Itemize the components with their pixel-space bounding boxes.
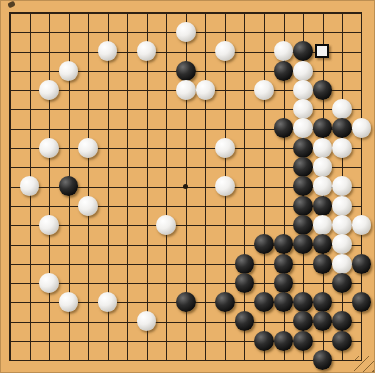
- board-point[interactable]: [254, 331, 274, 350]
- board-point[interactable]: [313, 157, 333, 176]
- board-point[interactable]: [78, 99, 98, 118]
- board-point[interactable]: [293, 196, 313, 215]
- board-point[interactable]: [176, 119, 196, 138]
- board-point[interactable]: [215, 157, 235, 176]
- board-point[interactable]: [235, 3, 255, 22]
- board-point[interactable]: [117, 196, 137, 215]
- board-point[interactable]: [156, 61, 176, 80]
- board-point[interactable]: [98, 312, 118, 331]
- board-point[interactable]: [59, 61, 79, 80]
- board-point[interactable]: [39, 119, 59, 138]
- board-point[interactable]: [78, 215, 98, 234]
- board-point[interactable]: [332, 119, 352, 138]
- board-point[interactable]: [137, 42, 157, 61]
- board-point[interactable]: [313, 292, 333, 311]
- board-point[interactable]: [156, 22, 176, 41]
- board-point[interactable]: [352, 292, 372, 311]
- board-point[interactable]: [196, 292, 216, 311]
- board-point[interactable]: [352, 3, 372, 22]
- board-point[interactable]: [137, 157, 157, 176]
- board-point[interactable]: [332, 99, 352, 118]
- board-point[interactable]: [235, 273, 255, 292]
- board-point[interactable]: [176, 254, 196, 273]
- board-point[interactable]: [274, 99, 294, 118]
- board-point[interactable]: [332, 80, 352, 99]
- board-point[interactable]: [352, 312, 372, 331]
- board-point[interactable]: [59, 138, 79, 157]
- board-point[interactable]: [176, 99, 196, 118]
- board-point[interactable]: [313, 42, 333, 61]
- board-point[interactable]: [176, 312, 196, 331]
- board-point[interactable]: [98, 273, 118, 292]
- board-point[interactable]: [39, 350, 59, 369]
- board-point[interactable]: [0, 177, 20, 196]
- board-point[interactable]: [117, 61, 137, 80]
- board-point[interactable]: [235, 292, 255, 311]
- board-point[interactable]: [293, 119, 313, 138]
- board-point[interactable]: [98, 119, 118, 138]
- board-point[interactable]: [215, 196, 235, 215]
- board-point[interactable]: [293, 235, 313, 254]
- board-point[interactable]: [196, 196, 216, 215]
- board-point[interactable]: [254, 292, 274, 311]
- board-point[interactable]: [20, 138, 40, 157]
- board-point[interactable]: [274, 157, 294, 176]
- board-point[interactable]: [156, 3, 176, 22]
- board-point[interactable]: [137, 215, 157, 234]
- board-point[interactable]: [313, 3, 333, 22]
- board-point[interactable]: [117, 215, 137, 234]
- board-point[interactable]: [332, 61, 352, 80]
- board-point[interactable]: [156, 157, 176, 176]
- board-point[interactable]: [156, 42, 176, 61]
- board-point[interactable]: [176, 42, 196, 61]
- board-point[interactable]: [59, 177, 79, 196]
- board-point[interactable]: [196, 157, 216, 176]
- board-point[interactable]: [352, 235, 372, 254]
- board-point[interactable]: [156, 119, 176, 138]
- board-point[interactable]: [0, 61, 20, 80]
- board-point[interactable]: [274, 22, 294, 41]
- board-point[interactable]: [274, 292, 294, 311]
- board-point[interactable]: [215, 312, 235, 331]
- board-point[interactable]: [20, 177, 40, 196]
- board-point[interactable]: [293, 177, 313, 196]
- board-point[interactable]: [39, 157, 59, 176]
- board-point[interactable]: [39, 42, 59, 61]
- board-point[interactable]: [59, 292, 79, 311]
- board-point[interactable]: [293, 157, 313, 176]
- board-point[interactable]: [137, 61, 157, 80]
- board-point[interactable]: [98, 99, 118, 118]
- board-point[interactable]: [293, 254, 313, 273]
- board-point[interactable]: [137, 235, 157, 254]
- board-point[interactable]: [117, 331, 137, 350]
- board-point[interactable]: [235, 196, 255, 215]
- board-point[interactable]: [254, 22, 274, 41]
- board-point[interactable]: [313, 350, 333, 369]
- board-point[interactable]: [117, 99, 137, 118]
- board-point[interactable]: [313, 99, 333, 118]
- board-point[interactable]: [117, 350, 137, 369]
- board-point[interactable]: [313, 312, 333, 331]
- board-point[interactable]: [293, 292, 313, 311]
- board-point[interactable]: [39, 254, 59, 273]
- board-point[interactable]: [196, 99, 216, 118]
- board-point[interactable]: [137, 119, 157, 138]
- board-point[interactable]: [117, 22, 137, 41]
- board-point[interactable]: [39, 177, 59, 196]
- board-point[interactable]: [254, 196, 274, 215]
- board-point[interactable]: [176, 292, 196, 311]
- board-point[interactable]: [254, 42, 274, 61]
- board-point[interactable]: [0, 42, 20, 61]
- board-point[interactable]: [254, 312, 274, 331]
- board-point[interactable]: [215, 177, 235, 196]
- board-point[interactable]: [59, 312, 79, 331]
- board-point[interactable]: [20, 80, 40, 99]
- board-point[interactable]: [0, 350, 20, 369]
- board-point[interactable]: [98, 235, 118, 254]
- board-point[interactable]: [0, 312, 20, 331]
- board-point[interactable]: [196, 331, 216, 350]
- board-point[interactable]: [20, 42, 40, 61]
- board-point[interactable]: [59, 350, 79, 369]
- board-point[interactable]: [332, 138, 352, 157]
- board-point[interactable]: [137, 99, 157, 118]
- board-point[interactable]: [59, 80, 79, 99]
- board-point[interactable]: [254, 99, 274, 118]
- board-point[interactable]: [156, 350, 176, 369]
- board-point[interactable]: [274, 254, 294, 273]
- board-point[interactable]: [274, 215, 294, 234]
- board-point[interactable]: [39, 215, 59, 234]
- board-point[interactable]: [39, 235, 59, 254]
- board-point[interactable]: [98, 138, 118, 157]
- board-point[interactable]: [254, 61, 274, 80]
- board-point[interactable]: [254, 157, 274, 176]
- board-point[interactable]: [235, 61, 255, 80]
- board-point[interactable]: [274, 119, 294, 138]
- board-point[interactable]: [176, 157, 196, 176]
- board-point[interactable]: [156, 273, 176, 292]
- board-point[interactable]: [20, 350, 40, 369]
- board-point[interactable]: [352, 177, 372, 196]
- board-point[interactable]: [332, 215, 352, 234]
- board-point[interactable]: [313, 196, 333, 215]
- board-point[interactable]: [98, 350, 118, 369]
- board-point[interactable]: [293, 312, 313, 331]
- board-point[interactable]: [59, 235, 79, 254]
- board-point[interactable]: [137, 3, 157, 22]
- board-point[interactable]: [352, 119, 372, 138]
- board-point[interactable]: [352, 80, 372, 99]
- board-point[interactable]: [332, 157, 352, 176]
- board-point[interactable]: [176, 196, 196, 215]
- board-point[interactable]: [78, 80, 98, 99]
- board-point[interactable]: [117, 42, 137, 61]
- board-point[interactable]: [39, 99, 59, 118]
- board-point[interactable]: [176, 80, 196, 99]
- board-point[interactable]: [20, 196, 40, 215]
- board-point[interactable]: [176, 331, 196, 350]
- board-point[interactable]: [235, 42, 255, 61]
- board-point[interactable]: [215, 138, 235, 157]
- board-point[interactable]: [215, 119, 235, 138]
- board-point[interactable]: [352, 42, 372, 61]
- board-point[interactable]: [137, 177, 157, 196]
- board-point[interactable]: [215, 331, 235, 350]
- board-point[interactable]: [196, 138, 216, 157]
- board-point[interactable]: [20, 273, 40, 292]
- board-point[interactable]: [235, 215, 255, 234]
- board-point[interactable]: [196, 42, 216, 61]
- board-point[interactable]: [176, 61, 196, 80]
- board-point[interactable]: [293, 138, 313, 157]
- board-point[interactable]: [293, 350, 313, 369]
- board-point[interactable]: [352, 196, 372, 215]
- board-point[interactable]: [293, 61, 313, 80]
- board-point[interactable]: [196, 235, 216, 254]
- board-point[interactable]: [137, 22, 157, 41]
- board-point[interactable]: [215, 254, 235, 273]
- board-point[interactable]: [254, 119, 274, 138]
- board-point[interactable]: [156, 292, 176, 311]
- board-point[interactable]: [196, 254, 216, 273]
- board-point[interactable]: [313, 61, 333, 80]
- board-point[interactable]: [98, 331, 118, 350]
- board-point[interactable]: [293, 22, 313, 41]
- board-point[interactable]: [215, 235, 235, 254]
- board-point[interactable]: [20, 235, 40, 254]
- board-point[interactable]: [352, 215, 372, 234]
- board-point[interactable]: [78, 331, 98, 350]
- board-point[interactable]: [235, 157, 255, 176]
- board-point[interactable]: [137, 331, 157, 350]
- board-point[interactable]: [78, 254, 98, 273]
- board-point[interactable]: [196, 3, 216, 22]
- board-point[interactable]: [293, 42, 313, 61]
- board-point[interactable]: [0, 138, 20, 157]
- board-point[interactable]: [59, 254, 79, 273]
- board-point[interactable]: [313, 215, 333, 234]
- board-point[interactable]: [98, 157, 118, 176]
- board-point[interactable]: [332, 3, 352, 22]
- board-point[interactable]: [0, 235, 20, 254]
- board-point[interactable]: [176, 3, 196, 22]
- board-point[interactable]: [137, 312, 157, 331]
- board-point[interactable]: [20, 254, 40, 273]
- board-point[interactable]: [274, 138, 294, 157]
- board-point[interactable]: [78, 196, 98, 215]
- board-point[interactable]: [235, 99, 255, 118]
- board-point[interactable]: [254, 80, 274, 99]
- board-point[interactable]: [39, 3, 59, 22]
- board-point[interactable]: [0, 99, 20, 118]
- board-point[interactable]: [215, 3, 235, 22]
- board-point[interactable]: [274, 3, 294, 22]
- board-point[interactable]: [176, 350, 196, 369]
- board-point[interactable]: [332, 235, 352, 254]
- board-point[interactable]: [98, 215, 118, 234]
- board-point[interactable]: [176, 273, 196, 292]
- board-point[interactable]: [235, 350, 255, 369]
- board-point[interactable]: [215, 99, 235, 118]
- board-point[interactable]: [39, 80, 59, 99]
- board-point[interactable]: [332, 177, 352, 196]
- board-point[interactable]: [196, 80, 216, 99]
- board-point[interactable]: [313, 119, 333, 138]
- board-point[interactable]: [20, 3, 40, 22]
- board-point[interactable]: [39, 61, 59, 80]
- board-point[interactable]: [215, 350, 235, 369]
- board-point[interactable]: [196, 350, 216, 369]
- board-point[interactable]: [254, 350, 274, 369]
- board-point[interactable]: [235, 254, 255, 273]
- board-point[interactable]: [137, 273, 157, 292]
- board-point[interactable]: [137, 80, 157, 99]
- board-point[interactable]: [215, 292, 235, 311]
- board-point[interactable]: [39, 312, 59, 331]
- board-point[interactable]: [59, 3, 79, 22]
- board-point[interactable]: [313, 80, 333, 99]
- board-point[interactable]: [293, 273, 313, 292]
- board-point[interactable]: [274, 235, 294, 254]
- board-point[interactable]: [332, 42, 352, 61]
- board-point[interactable]: [20, 215, 40, 234]
- board-point[interactable]: [352, 254, 372, 273]
- board-point[interactable]: [352, 22, 372, 41]
- board-point[interactable]: [78, 235, 98, 254]
- board-point[interactable]: [235, 331, 255, 350]
- board-point[interactable]: [20, 61, 40, 80]
- board-point[interactable]: [332, 331, 352, 350]
- board-point[interactable]: [98, 292, 118, 311]
- board-point[interactable]: [293, 3, 313, 22]
- board-point[interactable]: [254, 177, 274, 196]
- board-point[interactable]: [274, 177, 294, 196]
- board-point[interactable]: [0, 119, 20, 138]
- board-point[interactable]: [39, 292, 59, 311]
- board-point[interactable]: [98, 3, 118, 22]
- board-point[interactable]: [274, 61, 294, 80]
- board-point[interactable]: [156, 80, 176, 99]
- board-point[interactable]: [78, 61, 98, 80]
- board-point[interactable]: [20, 312, 40, 331]
- board-point[interactable]: [215, 80, 235, 99]
- board-point[interactable]: [274, 196, 294, 215]
- board-point[interactable]: [332, 254, 352, 273]
- board-point[interactable]: [20, 119, 40, 138]
- board-point[interactable]: [98, 196, 118, 215]
- board-point[interactable]: [0, 196, 20, 215]
- board-point[interactable]: [59, 331, 79, 350]
- board-point[interactable]: [117, 119, 137, 138]
- board-point[interactable]: [59, 22, 79, 41]
- board-point[interactable]: [176, 138, 196, 157]
- board-point[interactable]: [196, 119, 216, 138]
- board-point[interactable]: [59, 273, 79, 292]
- board-point[interactable]: [235, 22, 255, 41]
- board-point[interactable]: [39, 138, 59, 157]
- board-point[interactable]: [98, 177, 118, 196]
- board-point[interactable]: [0, 22, 20, 41]
- board-point[interactable]: [274, 350, 294, 369]
- board-point[interactable]: [313, 22, 333, 41]
- board-point[interactable]: [274, 312, 294, 331]
- board-point[interactable]: [352, 331, 372, 350]
- board-point[interactable]: [215, 42, 235, 61]
- board-point[interactable]: [254, 273, 274, 292]
- board-point[interactable]: [352, 273, 372, 292]
- board-point[interactable]: [352, 138, 372, 157]
- board-point[interactable]: [78, 292, 98, 311]
- board-point[interactable]: [20, 292, 40, 311]
- board-point[interactable]: [0, 80, 20, 99]
- board-point[interactable]: [39, 196, 59, 215]
- board-point[interactable]: [156, 99, 176, 118]
- board-point[interactable]: [215, 273, 235, 292]
- board-point[interactable]: [156, 312, 176, 331]
- board-point[interactable]: [117, 177, 137, 196]
- board-point[interactable]: [215, 215, 235, 234]
- board-point[interactable]: [332, 22, 352, 41]
- board-point[interactable]: [293, 99, 313, 118]
- board-point[interactable]: [254, 254, 274, 273]
- board-point[interactable]: [0, 273, 20, 292]
- board-point[interactable]: [98, 80, 118, 99]
- board-point[interactable]: [313, 331, 333, 350]
- board-point[interactable]: [117, 80, 137, 99]
- board-point[interactable]: [235, 235, 255, 254]
- board-point[interactable]: [332, 273, 352, 292]
- board-point[interactable]: [156, 254, 176, 273]
- board-point[interactable]: [117, 312, 137, 331]
- board-point[interactable]: [59, 196, 79, 215]
- board-point[interactable]: [332, 350, 352, 369]
- board-point[interactable]: [78, 42, 98, 61]
- board-point[interactable]: [313, 273, 333, 292]
- board-point[interactable]: [332, 196, 352, 215]
- board-point[interactable]: [196, 61, 216, 80]
- board-point[interactable]: [0, 254, 20, 273]
- board-point[interactable]: [274, 80, 294, 99]
- board-point[interactable]: [117, 292, 137, 311]
- board-point[interactable]: [196, 215, 216, 234]
- board-point[interactable]: [117, 235, 137, 254]
- board-point[interactable]: [20, 99, 40, 118]
- board-point[interactable]: [59, 157, 79, 176]
- board-point[interactable]: [254, 138, 274, 157]
- board-point[interactable]: [98, 42, 118, 61]
- board-point[interactable]: [293, 215, 313, 234]
- board-point[interactable]: [0, 215, 20, 234]
- board-point[interactable]: [176, 22, 196, 41]
- board-point[interactable]: [254, 215, 274, 234]
- board-point[interactable]: [156, 196, 176, 215]
- board-point[interactable]: [20, 331, 40, 350]
- board-point[interactable]: [254, 235, 274, 254]
- board-point[interactable]: [98, 254, 118, 273]
- board-point[interactable]: [196, 177, 216, 196]
- board-point[interactable]: [20, 157, 40, 176]
- board-point[interactable]: [215, 22, 235, 41]
- board-point[interactable]: [137, 196, 157, 215]
- board-point[interactable]: [352, 157, 372, 176]
- board-point[interactable]: [254, 3, 274, 22]
- board-point[interactable]: [117, 273, 137, 292]
- board-point[interactable]: [78, 273, 98, 292]
